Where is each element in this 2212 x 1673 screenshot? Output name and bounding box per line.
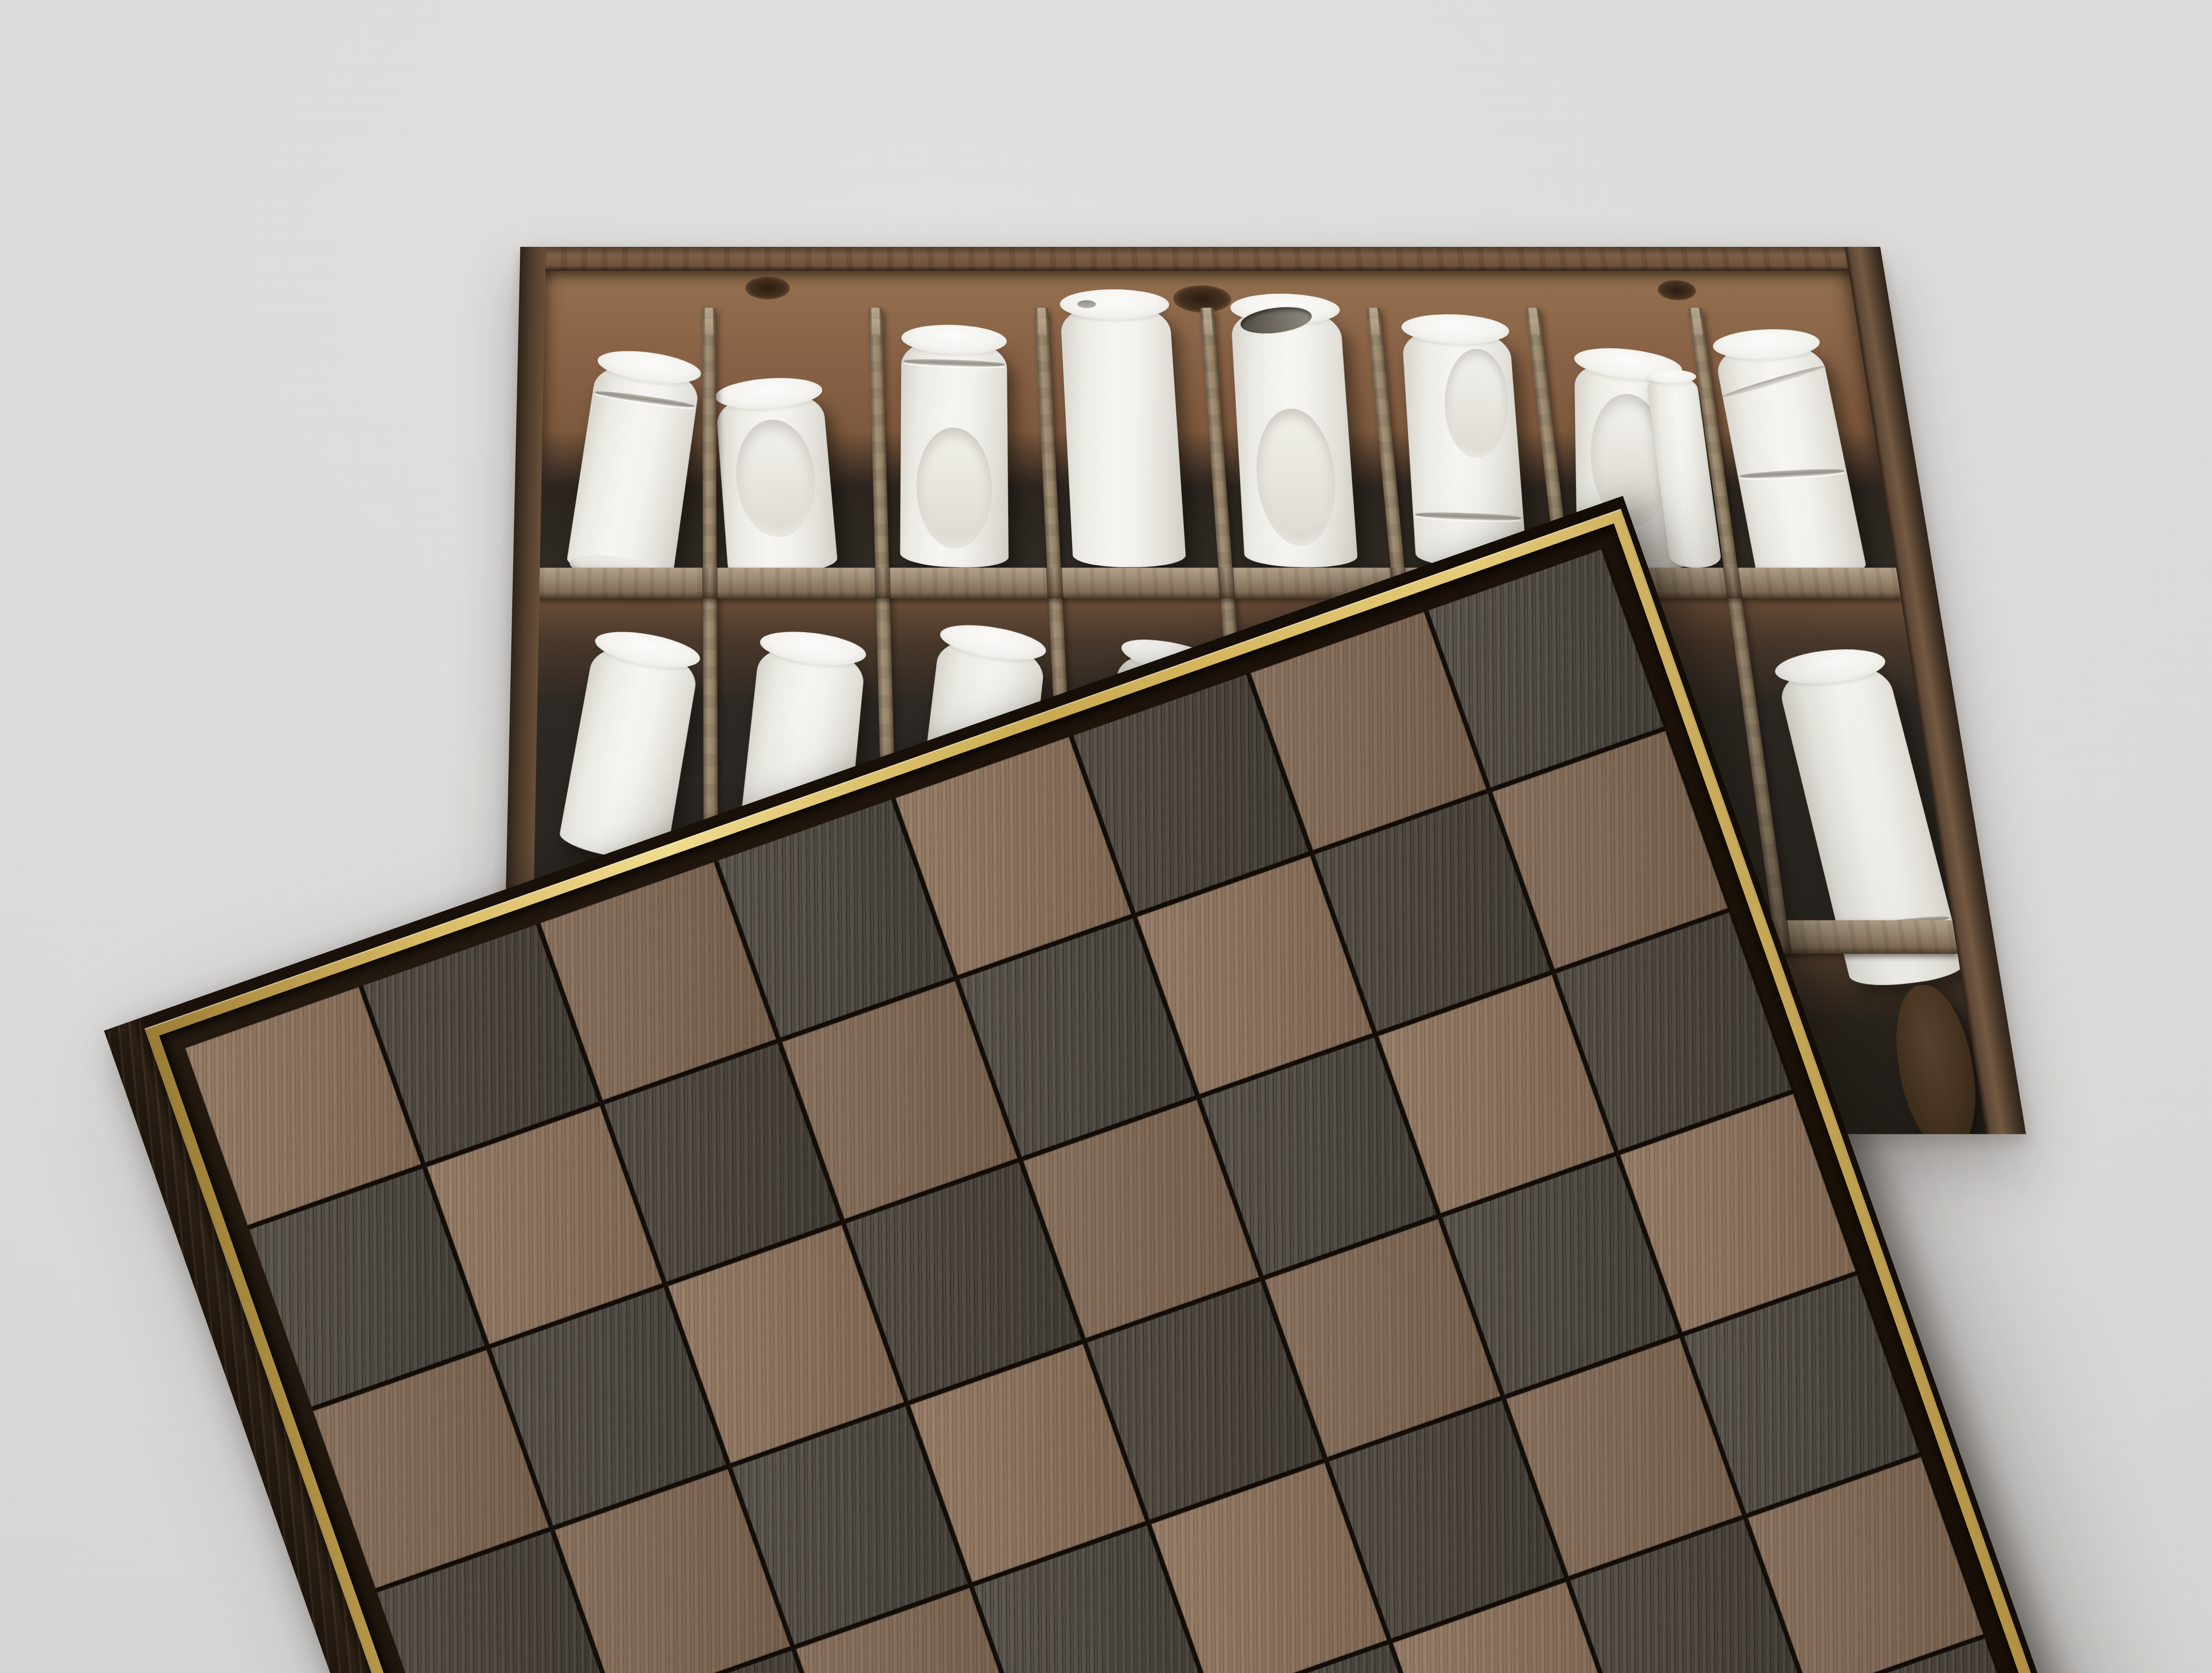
angle-cut-opening [1238, 303, 1314, 338]
shelf-notch [1723, 568, 1743, 598]
wood-knot-3 [1656, 280, 1697, 300]
collar-groove [903, 358, 1005, 368]
white-piece-r1c6[interactable] [1402, 325, 1528, 569]
diagonal-cut-line [1721, 364, 1827, 399]
top-notch [1077, 300, 1096, 308]
collar-groove [1415, 511, 1522, 522]
wood-knot-1 [745, 277, 790, 299]
scooped-face [732, 417, 820, 540]
shelf-notch [702, 568, 718, 598]
shelf-notch [1046, 568, 1064, 598]
collar-groove [594, 389, 695, 409]
white-piece-r1c3[interactable] [900, 335, 1009, 569]
scooped-face-low [916, 426, 992, 550]
product-photo-stage [0, 0, 2212, 1673]
scooped-face-low [1252, 408, 1340, 546]
compartment-shelf-1 [539, 568, 1901, 598]
shelf-notch [874, 568, 891, 598]
shelf-notch [1217, 568, 1236, 598]
white-piece-r1c4[interactable] [1060, 302, 1187, 568]
scooped-face-right [1442, 344, 1511, 462]
white-piece-r1c2[interactable] [715, 387, 838, 578]
collar-groove [1740, 468, 1845, 480]
white-piece-r1c5[interactable] [1230, 306, 1359, 568]
box-top-rail [520, 247, 1884, 271]
